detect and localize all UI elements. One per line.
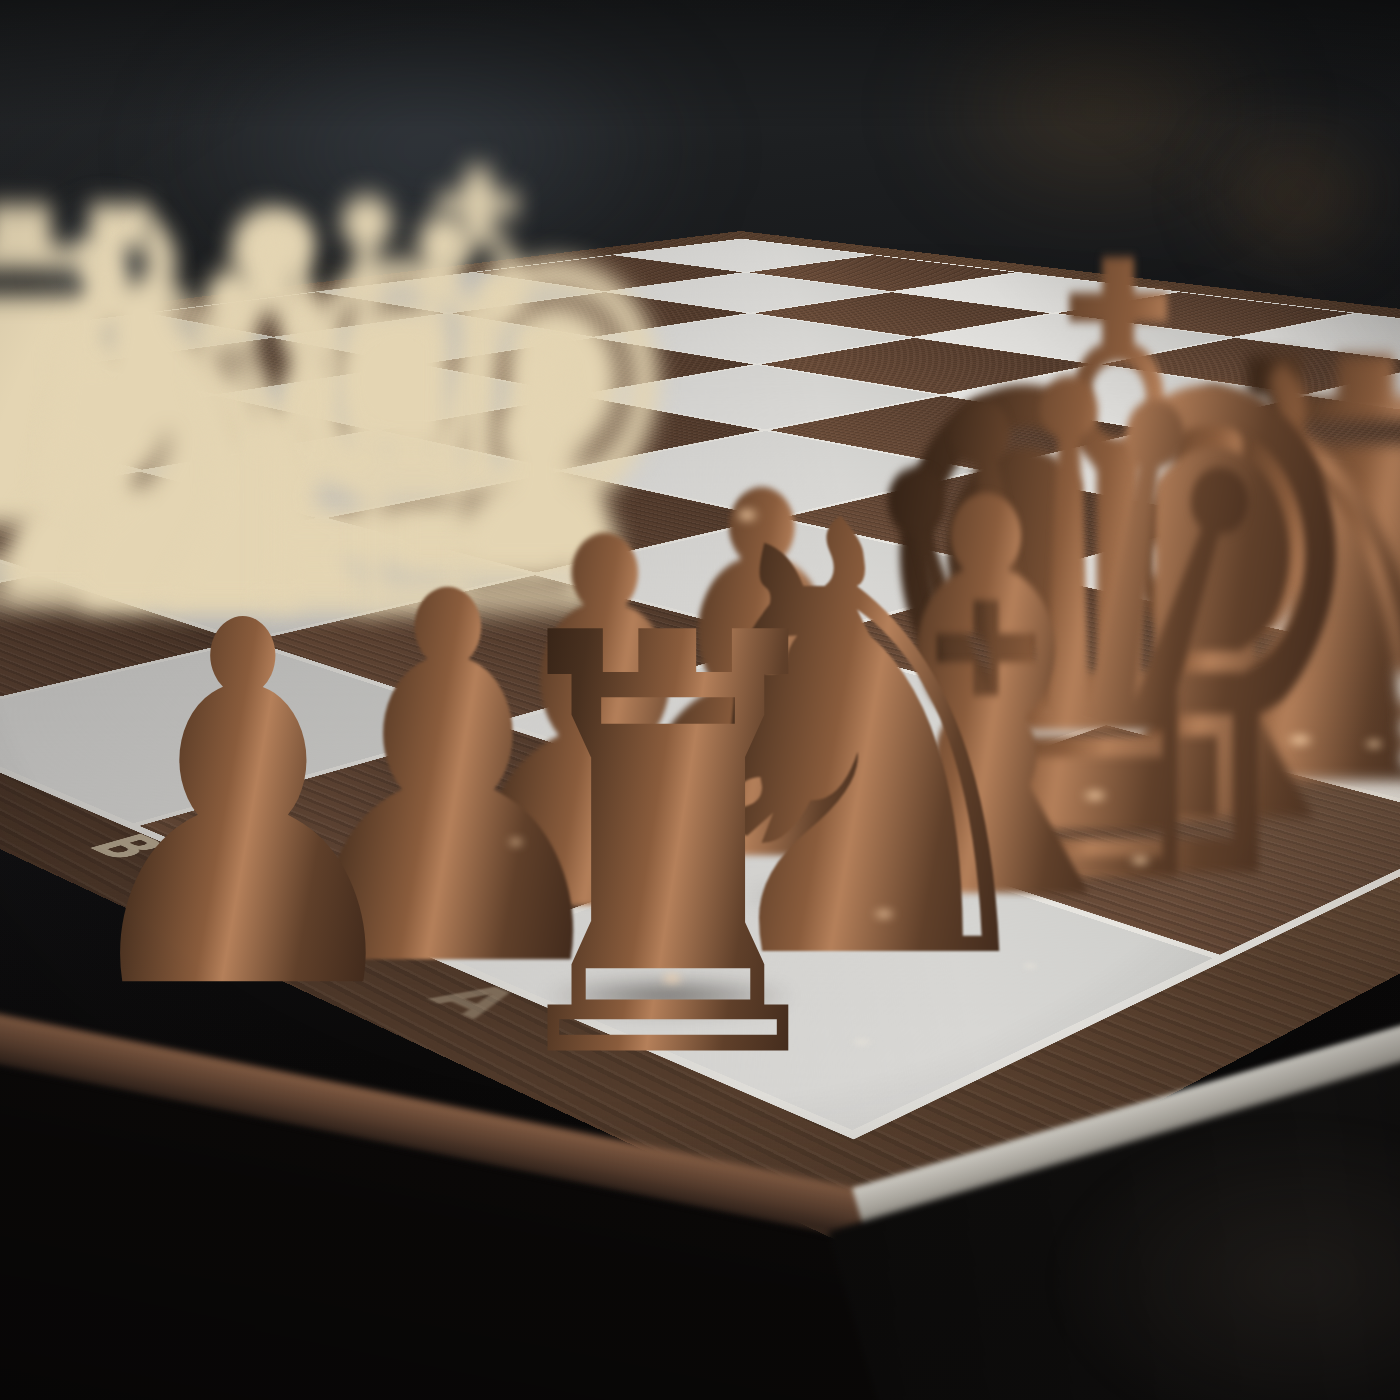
square-c6 [541, 519, 1026, 639]
square-a5 [0, 575, 240, 721]
square-g6 [1310, 365, 1400, 429]
square-g1 [476, 255, 742, 291]
square-e2 [277, 314, 590, 364]
square-h3 [895, 273, 1175, 313]
square-h2 [749, 255, 1015, 291]
coordinate-label-b: B [70, 828, 184, 866]
square-e3 [420, 338, 753, 394]
square-b8 [822, 725, 1400, 955]
square-c7 [798, 575, 1332, 721]
square-h5 [1238, 314, 1400, 364]
square-c2 [0, 365, 212, 429]
square-e7 [1236, 472, 1400, 573]
square-h4 [1057, 292, 1353, 337]
square-d4 [380, 396, 761, 470]
square-c5 [327, 472, 771, 573]
square-b4 [0, 472, 317, 573]
square-e1 [149, 292, 445, 337]
coordinate-label-a: A [411, 974, 541, 1025]
square-d5 [565, 431, 975, 517]
square-e6 [985, 431, 1395, 517]
square-c4 [146, 431, 556, 517]
square-f1 [321, 273, 601, 313]
square-e4 [583, 365, 938, 429]
table-sheen [1050, 1120, 1400, 1400]
square-g4 [918, 314, 1231, 364]
square-a4 [0, 519, 34, 639]
square-b5 [45, 519, 530, 639]
square-a8 [449, 828, 1212, 1130]
square-c1 [0, 338, 72, 394]
square-f6 [1159, 396, 1400, 470]
square-g5 [1102, 338, 1400, 394]
square-b7 [505, 643, 1098, 824]
square-a6 [0, 643, 492, 824]
square-f4 [761, 338, 1094, 394]
square-d6 [781, 472, 1225, 573]
square-g2 [608, 273, 888, 313]
square-f3 [597, 314, 910, 364]
square-d2 [80, 338, 413, 394]
square-b6 [252, 575, 786, 721]
square-h1 [617, 239, 871, 272]
square-g3 [754, 292, 1050, 337]
square-c3 [0, 396, 371, 470]
square-d3 [220, 365, 575, 429]
board-coordinates: BA [0, 231, 741, 430]
square-d7 [1037, 519, 1400, 639]
board-grid [0, 239, 1400, 1140]
square-d1 [0, 314, 269, 364]
square-d8 [1344, 575, 1400, 721]
square-e5 [770, 396, 1151, 470]
chessboard-photo: BA ♟♜♟♞♟♝♟♛♚♝♞♜♜♟♞♝♛♚♟ [0, 0, 1400, 1400]
square-b3 [0, 431, 136, 517]
square-f2 [451, 292, 747, 337]
square-f5 [947, 365, 1302, 429]
square-c8 [1112, 643, 1400, 824]
square-a7 [139, 725, 807, 955]
